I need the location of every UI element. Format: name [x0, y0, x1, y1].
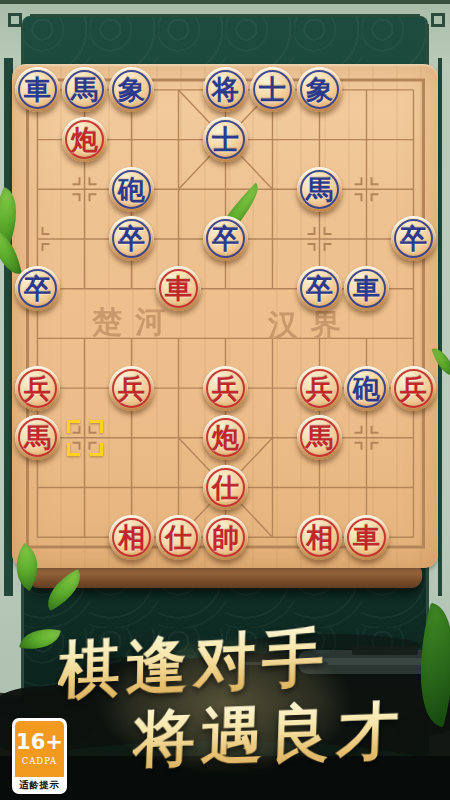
- piece-black-elephant[interactable]: 象: [297, 67, 342, 112]
- piece-red-chariot[interactable]: 車: [344, 515, 389, 560]
- app-screen: 楚河 汉界 車馬象将士象炮士砲馬卒卒卒卒車卒車兵兵兵兵砲兵馬炮馬仕相仕帥相車 棋…: [0, 0, 450, 800]
- age-rating-caption: 适龄提示: [12, 777, 67, 794]
- piece-red-advisor[interactable]: 仕: [203, 465, 248, 510]
- piece-black-horse[interactable]: 馬: [297, 167, 342, 212]
- piece-black-soldier[interactable]: 卒: [15, 266, 60, 311]
- piece-black-general[interactable]: 将: [203, 67, 248, 112]
- piece-red-soldier[interactable]: 兵: [15, 366, 60, 411]
- piece-red-soldier[interactable]: 兵: [203, 366, 248, 411]
- piece-black-elephant[interactable]: 象: [109, 67, 154, 112]
- banner-line-2: 将遇良才: [132, 688, 407, 782]
- piece-red-soldier[interactable]: 兵: [391, 366, 436, 411]
- piece-red-cannon[interactable]: 炮: [203, 415, 248, 460]
- piece-black-soldier[interactable]: 卒: [109, 216, 154, 261]
- piece-red-chariot[interactable]: 車: [156, 266, 201, 311]
- piece-red-elephant[interactable]: 相: [297, 515, 342, 560]
- board-grid[interactable]: 車馬象将士象炮士砲馬卒卒卒卒車卒車兵兵兵兵砲兵馬炮馬仕相仕帥相車: [14, 65, 437, 562]
- age-rating-badge: 16+ CADPA 适龄提示: [12, 718, 67, 794]
- board-front-edge: [28, 566, 422, 588]
- board-side-shadow-right: [438, 58, 442, 596]
- piece-black-horse[interactable]: 馬: [62, 67, 107, 112]
- piece-black-soldier[interactable]: 卒: [297, 266, 342, 311]
- piece-black-chariot[interactable]: 車: [344, 266, 389, 311]
- age-rating-org: CADPA: [22, 756, 58, 766]
- move-highlight-bracket[interactable]: [67, 420, 103, 456]
- top-strip: [0, 0, 450, 4]
- piece-red-horse[interactable]: 馬: [15, 415, 60, 460]
- frame-line-top: [30, 14, 420, 17]
- piece-red-horse[interactable]: 馬: [297, 415, 342, 460]
- piece-black-cannon[interactable]: 砲: [109, 167, 154, 212]
- piece-black-soldier[interactable]: 卒: [391, 216, 436, 261]
- piece-black-chariot[interactable]: 車: [15, 67, 60, 112]
- piece-black-cannon[interactable]: 砲: [344, 366, 389, 411]
- piece-red-soldier[interactable]: 兵: [109, 366, 154, 411]
- frame-corner-ornament-right: [431, 13, 445, 27]
- piece-red-advisor[interactable]: 仕: [156, 515, 201, 560]
- piece-black-advisor[interactable]: 士: [203, 117, 248, 162]
- piece-red-soldier[interactable]: 兵: [297, 366, 342, 411]
- piece-red-general[interactable]: 帥: [203, 515, 248, 560]
- age-rating-value: 16+: [16, 732, 63, 753]
- age-rating-box: 16+ CADPA: [15, 721, 64, 777]
- frame-corner-ornament-left: [8, 13, 22, 27]
- piece-black-advisor[interactable]: 士: [250, 67, 295, 112]
- piece-red-cannon[interactable]: 炮: [62, 117, 107, 162]
- piece-red-elephant[interactable]: 相: [109, 515, 154, 560]
- piece-black-soldier[interactable]: 卒: [203, 216, 248, 261]
